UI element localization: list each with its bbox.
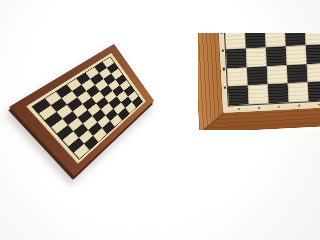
- board-square-dark: [228, 86, 249, 106]
- coordinate-label: d: [296, 103, 301, 107]
- board-square-dark: [266, 47, 287, 67]
- board-square-dark: [226, 49, 247, 69]
- board-square-light: [286, 45, 307, 65]
- board-square-light: [265, 33, 286, 48]
- board-square-light: [248, 85, 269, 105]
- coordinate-label: a: [236, 106, 241, 110]
- closeup-scene: abcdef: [198, 33, 320, 130]
- closeup-squares-grid: [224, 33, 320, 105]
- board-square-dark: [268, 84, 289, 104]
- board-square-dark: [306, 44, 320, 64]
- corner-closeup-photo: abcdef: [198, 33, 320, 130]
- rank-tick-mark: [222, 68, 224, 71]
- board-square-light: [305, 33, 320, 45]
- playing-squares-grid: [32, 56, 143, 159]
- board-square-light: [288, 83, 309, 103]
- board-square-light: [227, 67, 248, 87]
- board-square-dark: [285, 33, 306, 47]
- rank-tick-mark: [221, 49, 223, 52]
- board-frame: [9, 44, 154, 177]
- board-square-light: [307, 63, 320, 83]
- board-square-light: [267, 65, 288, 85]
- rank-tick-mark: [223, 86, 225, 89]
- board-square-dark: [287, 64, 308, 84]
- coordinate-label: c: [276, 104, 281, 108]
- board-square-dark: [247, 66, 268, 86]
- coordinate-label: b: [256, 105, 261, 109]
- board-square-dark: [308, 82, 320, 102]
- board-square-dark: [245, 33, 266, 49]
- board-square-light: [246, 48, 267, 68]
- board-square-light: [225, 33, 246, 50]
- product-photo-canvas: abcdef: [0, 0, 320, 240]
- coordinate-label: e: [316, 102, 320, 106]
